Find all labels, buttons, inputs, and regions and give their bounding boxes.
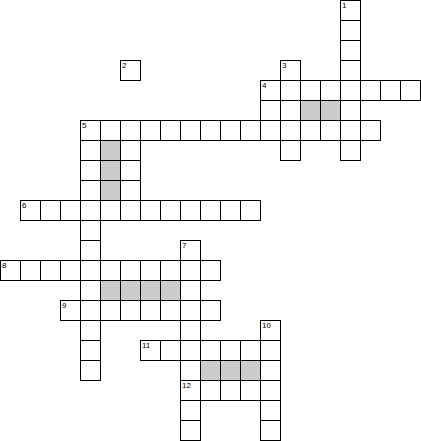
crossword-cell-shaded[interactable] bbox=[140, 280, 161, 301]
crossword-cell-shaded[interactable] bbox=[100, 280, 121, 301]
crossword-cell[interactable] bbox=[220, 120, 241, 141]
crossword-cell[interactable] bbox=[120, 300, 141, 321]
crossword-cell[interactable]: 1 bbox=[340, 0, 361, 21]
crossword-cell[interactable] bbox=[260, 400, 281, 421]
clue-number: 9 bbox=[62, 301, 66, 310]
clue-number: 5 bbox=[82, 121, 86, 130]
crossword-grid: 123456789101112 bbox=[0, 0, 421, 441]
crossword-cell[interactable] bbox=[380, 80, 401, 101]
crossword-cell[interactable] bbox=[260, 360, 281, 381]
crossword-cell-shaded[interactable] bbox=[100, 160, 121, 181]
crossword-cell[interactable] bbox=[220, 340, 241, 361]
crossword-cell[interactable] bbox=[200, 380, 221, 401]
crossword-cell-shaded[interactable] bbox=[220, 360, 241, 381]
crossword-cell[interactable] bbox=[180, 360, 201, 381]
crossword-cell[interactable] bbox=[120, 160, 141, 181]
crossword-cell[interactable] bbox=[340, 20, 361, 41]
crossword-cell[interactable] bbox=[340, 100, 361, 121]
crossword-cell[interactable] bbox=[20, 260, 41, 281]
crossword-cell[interactable] bbox=[200, 340, 221, 361]
crossword-cell-shaded[interactable] bbox=[160, 280, 181, 301]
crossword-cell[interactable] bbox=[280, 120, 301, 141]
crossword-cell[interactable]: 11 bbox=[140, 340, 161, 361]
crossword-cell[interactable] bbox=[120, 140, 141, 161]
crossword-cell[interactable] bbox=[180, 200, 201, 221]
crossword-cell[interactable] bbox=[80, 340, 101, 361]
crossword-cell[interactable] bbox=[80, 220, 101, 241]
crossword-cell[interactable]: 4 bbox=[260, 80, 281, 101]
crossword-cell[interactable] bbox=[120, 180, 141, 201]
crossword-cell[interactable] bbox=[240, 340, 261, 361]
crossword-cell[interactable] bbox=[80, 140, 101, 161]
crossword-cell[interactable] bbox=[260, 100, 281, 121]
clue-number: 3 bbox=[282, 61, 286, 70]
crossword-cell[interactable] bbox=[80, 320, 101, 341]
crossword-cell[interactable] bbox=[260, 340, 281, 361]
crossword-cell[interactable] bbox=[180, 340, 201, 361]
crossword-cell[interactable] bbox=[160, 260, 181, 281]
crossword-cell[interactable] bbox=[180, 420, 201, 441]
crossword-cell[interactable] bbox=[220, 200, 241, 221]
crossword-cell[interactable] bbox=[260, 380, 281, 401]
clue-number: 8 bbox=[2, 261, 6, 270]
crossword-cell[interactable] bbox=[260, 120, 281, 141]
crossword-cell[interactable] bbox=[300, 120, 321, 141]
crossword-cell-shaded[interactable] bbox=[100, 180, 121, 201]
crossword-cell[interactable] bbox=[140, 260, 161, 281]
crossword-cell[interactable] bbox=[360, 120, 381, 141]
crossword-cell[interactable] bbox=[180, 120, 201, 141]
crossword-cell[interactable] bbox=[100, 120, 121, 141]
crossword-cell[interactable] bbox=[80, 240, 101, 261]
crossword-cell[interactable] bbox=[340, 80, 361, 101]
crossword-cell[interactable] bbox=[60, 200, 81, 221]
crossword-cell[interactable] bbox=[140, 300, 161, 321]
crossword-cell[interactable]: 5 bbox=[80, 120, 101, 141]
crossword-cell-shaded[interactable] bbox=[240, 360, 261, 381]
crossword-cell[interactable] bbox=[180, 400, 201, 421]
crossword-cell[interactable] bbox=[340, 40, 361, 61]
crossword-cell[interactable] bbox=[200, 200, 221, 221]
crossword-cell[interactable] bbox=[80, 260, 101, 281]
crossword-cell[interactable] bbox=[120, 120, 141, 141]
crossword-cell[interactable]: 6 bbox=[20, 200, 41, 221]
crossword-cell[interactable] bbox=[320, 80, 341, 101]
crossword-cell[interactable]: 7 bbox=[180, 240, 201, 261]
crossword-cell[interactable] bbox=[60, 260, 81, 281]
crossword-cell[interactable] bbox=[200, 260, 221, 281]
crossword-cell[interactable] bbox=[240, 380, 261, 401]
crossword-cell-shaded[interactable] bbox=[200, 360, 221, 381]
crossword-cell[interactable]: 10 bbox=[260, 320, 281, 341]
crossword-cell[interactable] bbox=[360, 80, 381, 101]
crossword-cell[interactable] bbox=[180, 300, 201, 321]
crossword-puzzle: 123456789101112 bbox=[0, 0, 421, 441]
crossword-cell[interactable] bbox=[340, 140, 361, 161]
crossword-cell[interactable] bbox=[400, 80, 421, 101]
crossword-cell[interactable] bbox=[120, 260, 141, 281]
crossword-cell[interactable] bbox=[80, 180, 101, 201]
crossword-cell[interactable]: 9 bbox=[60, 300, 81, 321]
crossword-cell[interactable] bbox=[140, 120, 161, 141]
crossword-cell-shaded[interactable] bbox=[120, 280, 141, 301]
crossword-cell[interactable] bbox=[240, 200, 261, 221]
crossword-cell-shaded[interactable] bbox=[100, 140, 121, 161]
crossword-cell[interactable]: 12 bbox=[180, 380, 201, 401]
crossword-cell[interactable] bbox=[280, 100, 301, 121]
crossword-cell[interactable] bbox=[160, 200, 181, 221]
clue-number: 7 bbox=[182, 241, 186, 250]
crossword-cell-shaded[interactable] bbox=[320, 100, 341, 121]
crossword-cell[interactable] bbox=[80, 160, 101, 181]
crossword-cell[interactable] bbox=[100, 200, 121, 221]
crossword-cell[interactable] bbox=[40, 260, 61, 281]
crossword-cell[interactable] bbox=[180, 320, 201, 341]
crossword-cell[interactable]: 3 bbox=[280, 60, 301, 81]
crossword-cell[interactable] bbox=[40, 200, 61, 221]
clue-number: 4 bbox=[262, 81, 266, 90]
crossword-cell[interactable]: 2 bbox=[120, 60, 141, 81]
crossword-cell[interactable] bbox=[260, 420, 281, 441]
crossword-cell[interactable] bbox=[100, 300, 121, 321]
clue-number: 10 bbox=[262, 321, 271, 330]
crossword-cell-shaded[interactable] bbox=[300, 100, 321, 121]
crossword-cell[interactable] bbox=[120, 200, 141, 221]
clue-number: 2 bbox=[122, 61, 126, 70]
clue-number: 12 bbox=[182, 381, 191, 390]
crossword-cell[interactable] bbox=[140, 200, 161, 221]
crossword-cell[interactable] bbox=[280, 80, 301, 101]
crossword-cell[interactable] bbox=[240, 120, 261, 141]
crossword-cell[interactable] bbox=[160, 120, 181, 141]
crossword-cell[interactable] bbox=[80, 280, 101, 301]
crossword-cell[interactable] bbox=[80, 300, 101, 321]
crossword-cell[interactable] bbox=[80, 360, 101, 381]
clue-number: 6 bbox=[22, 201, 26, 210]
crossword-cell[interactable] bbox=[80, 200, 101, 221]
crossword-cell[interactable]: 8 bbox=[0, 260, 21, 281]
crossword-cell[interactable] bbox=[340, 120, 361, 141]
clue-number: 11 bbox=[142, 341, 150, 350]
crossword-cell[interactable] bbox=[180, 260, 201, 281]
crossword-cell[interactable] bbox=[300, 80, 321, 101]
clue-number: 1 bbox=[342, 1, 346, 10]
crossword-cell[interactable] bbox=[160, 300, 181, 321]
crossword-cell[interactable] bbox=[220, 380, 241, 401]
crossword-cell[interactable] bbox=[160, 340, 181, 361]
crossword-cell[interactable] bbox=[340, 60, 361, 81]
crossword-cell[interactable] bbox=[320, 120, 341, 141]
crossword-cell[interactable] bbox=[180, 280, 201, 301]
crossword-cell[interactable] bbox=[280, 140, 301, 161]
crossword-cell[interactable] bbox=[200, 120, 221, 141]
crossword-cell[interactable] bbox=[200, 300, 221, 321]
crossword-cell[interactable] bbox=[100, 260, 121, 281]
